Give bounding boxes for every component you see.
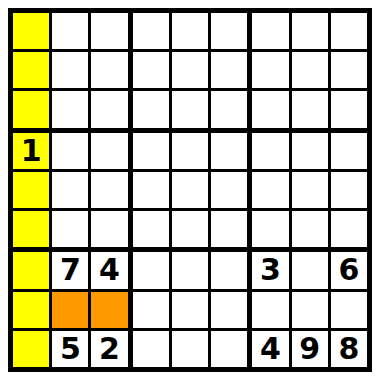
cell-r2c4[interactable]	[133, 52, 169, 88]
cell-r1c1[interactable]	[13, 13, 49, 49]
cell-r3c9[interactable]	[331, 91, 367, 127]
cell-r4c3[interactable]	[91, 133, 127, 169]
cell-r5c6[interactable]	[211, 172, 247, 208]
box-r2c1: 1	[13, 133, 128, 248]
box-r3c3: 36498	[252, 252, 367, 367]
cell-r5c1[interactable]	[13, 172, 49, 208]
cell-r5c9[interactable]	[331, 172, 367, 208]
cell-r4c4[interactable]	[133, 133, 169, 169]
page-background: 1745236498	[0, 0, 380, 380]
cell-r6c8[interactable]	[292, 211, 328, 247]
cell-r1c8[interactable]	[292, 13, 328, 49]
cell-r9c9[interactable]: 8	[331, 331, 367, 367]
cell-r9c4[interactable]	[133, 331, 169, 367]
cell-r6c1[interactable]	[13, 211, 49, 247]
cell-r7c8[interactable]	[292, 252, 328, 288]
cell-r9c8[interactable]: 9	[292, 331, 328, 367]
cell-r7c7[interactable]: 3	[252, 252, 288, 288]
cell-r3c7[interactable]	[252, 91, 288, 127]
cell-r3c1[interactable]	[13, 91, 49, 127]
cell-r5c4[interactable]	[133, 172, 169, 208]
cell-r4c8[interactable]	[292, 133, 328, 169]
cell-r9c2[interactable]: 5	[52, 331, 88, 367]
cell-r2c1[interactable]	[13, 52, 49, 88]
cell-r1c5[interactable]	[172, 13, 208, 49]
cell-r2c2[interactable]	[52, 52, 88, 88]
cell-r7c9[interactable]: 6	[331, 252, 367, 288]
cell-r8c6[interactable]	[211, 292, 247, 328]
cell-r2c3[interactable]	[91, 52, 127, 88]
cell-r2c8[interactable]	[292, 52, 328, 88]
cell-r5c3[interactable]	[91, 172, 127, 208]
cell-r8c9[interactable]	[331, 292, 367, 328]
box-r2c3	[252, 133, 367, 248]
cell-r2c9[interactable]	[331, 52, 367, 88]
cell-r2c6[interactable]	[211, 52, 247, 88]
box-r1c1	[13, 13, 128, 128]
cell-r5c2[interactable]	[52, 172, 88, 208]
cell-r4c5[interactable]	[172, 133, 208, 169]
cell-r7c6[interactable]	[211, 252, 247, 288]
cell-r8c2[interactable]	[52, 292, 88, 328]
cell-r5c5[interactable]	[172, 172, 208, 208]
cell-r1c3[interactable]	[91, 13, 127, 49]
cell-r7c5[interactable]	[172, 252, 208, 288]
cell-r6c6[interactable]	[211, 211, 247, 247]
cell-r6c4[interactable]	[133, 211, 169, 247]
cell-r3c5[interactable]	[172, 91, 208, 127]
cell-r5c7[interactable]	[252, 172, 288, 208]
box-r3c2	[133, 252, 248, 367]
cell-r1c9[interactable]	[331, 13, 367, 49]
box-r3c1: 7452	[13, 252, 128, 367]
cell-r1c6[interactable]	[211, 13, 247, 49]
cell-r4c7[interactable]	[252, 133, 288, 169]
cell-r7c2[interactable]: 7	[52, 252, 88, 288]
cell-r2c7[interactable]	[252, 52, 288, 88]
cell-r3c6[interactable]	[211, 91, 247, 127]
cell-r6c7[interactable]	[252, 211, 288, 247]
box-r2c2	[133, 133, 248, 248]
cell-r3c3[interactable]	[91, 91, 127, 127]
cell-r8c7[interactable]	[252, 292, 288, 328]
cell-r1c2[interactable]	[52, 13, 88, 49]
cell-r4c1[interactable]: 1	[13, 133, 49, 169]
cell-r4c6[interactable]	[211, 133, 247, 169]
cell-r8c3[interactable]	[91, 292, 127, 328]
cell-r7c3[interactable]: 4	[91, 252, 127, 288]
cell-r5c8[interactable]	[292, 172, 328, 208]
cell-r9c7[interactable]: 4	[252, 331, 288, 367]
cell-r3c4[interactable]	[133, 91, 169, 127]
cell-r3c2[interactable]	[52, 91, 88, 127]
cell-r8c8[interactable]	[292, 292, 328, 328]
cell-r9c3[interactable]: 2	[91, 331, 127, 367]
cell-r7c4[interactable]	[133, 252, 169, 288]
cell-r7c1[interactable]	[13, 252, 49, 288]
cell-r9c1[interactable]	[13, 331, 49, 367]
cell-r6c3[interactable]	[91, 211, 127, 247]
cell-r9c5[interactable]	[172, 331, 208, 367]
box-r1c2	[133, 13, 248, 128]
cell-r4c9[interactable]	[331, 133, 367, 169]
cell-r2c5[interactable]	[172, 52, 208, 88]
cell-r9c6[interactable]	[211, 331, 247, 367]
cell-r6c5[interactable]	[172, 211, 208, 247]
cell-r4c2[interactable]	[52, 133, 88, 169]
box-r1c3	[252, 13, 367, 128]
sudoku-board: 1745236498	[8, 8, 372, 372]
cell-r6c2[interactable]	[52, 211, 88, 247]
cell-r3c8[interactable]	[292, 91, 328, 127]
cell-r1c4[interactable]	[133, 13, 169, 49]
cell-r1c7[interactable]	[252, 13, 288, 49]
cell-r8c4[interactable]	[133, 292, 169, 328]
cell-r8c1[interactable]	[13, 292, 49, 328]
cell-r8c5[interactable]	[172, 292, 208, 328]
cell-r6c9[interactable]	[331, 211, 367, 247]
